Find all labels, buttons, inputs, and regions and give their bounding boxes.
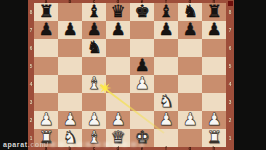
square-e3 [130,93,154,111]
square-f1 [154,129,178,147]
square-b5 [58,57,82,75]
square-e8: ♚ [130,3,154,21]
piece-white-pawn-d2: ♟ [106,110,130,128]
piece-white-knight-f3: ♞ [154,92,178,110]
piece-black-pawn-h7: ♟ [202,20,226,38]
watermark: aparat.com/ [3,140,144,149]
piece-white-pawn-c2: ♟ [82,110,106,128]
square-h7: ♟ [202,21,226,39]
square-h6 [202,39,226,57]
rank-label: 3 [29,95,34,109]
video-frame[interactable]: abcdefgh 87654321 87654321 ♜♝♛♚♝♞♜♟♟♟♟♟♟… [0,0,266,150]
piece-black-rook-h8: ♜ [202,2,226,20]
rank-label: 6 [227,41,233,55]
watermark-blurred-text [50,142,144,147]
square-g1 [178,129,202,147]
board-grid: ♜♝♛♚♝♞♜♟♟♟♟♟♟♟♞♟♝♟♞♟♟♟♟♟♟♟♜♞♝♛♚♜ [34,3,226,147]
square-h1: ♜ [202,129,226,147]
square-g5 [178,57,202,75]
piece-black-bishop-f8: ♝ [154,2,178,20]
square-g4 [178,75,202,93]
rank-label: 7 [29,23,34,37]
square-h4 [202,75,226,93]
rank-label: 2 [29,113,34,127]
piece-black-pawn-d7: ♟ [106,20,130,38]
watermark-path: .com/ [28,141,49,148]
rank-label: 8 [29,5,34,19]
chess-board: abcdefgh 87654321 87654321 ♜♝♛♚♝♞♜♟♟♟♟♟♟… [28,0,234,150]
piece-white-rook-h1: ♜ [202,128,226,146]
square-a5 [34,57,58,75]
square-g2: ♟ [178,111,202,129]
square-a4 [34,75,58,93]
square-g6 [178,39,202,57]
square-d4 [106,75,130,93]
square-d5 [106,57,130,75]
rank-labels-right: 87654321 [226,3,234,147]
file-label: g [181,147,199,150]
piece-black-pawn-c7: ♟ [82,20,106,38]
piece-black-king-e8: ♚ [130,2,154,20]
rank-label: 1 [227,131,233,145]
rank-label: 5 [227,59,233,73]
square-b6 [58,39,82,57]
piece-black-pawn-g7: ♟ [178,20,202,38]
rank-label: 7 [227,23,233,37]
rank-label: 5 [29,59,34,73]
rank-label: 3 [227,95,233,109]
square-e7 [130,21,154,39]
piece-black-pawn-a7: ♟ [34,20,58,38]
square-a7: ♟ [34,21,58,39]
piece-white-bishop-c4: ♝ [82,74,106,92]
piece-white-pawn-h2: ♟ [202,110,226,128]
piece-black-knight-g8: ♞ [178,2,202,20]
piece-black-bishop-c8: ♝ [82,2,106,20]
rank-label: 8 [227,5,233,19]
square-g7: ♟ [178,21,202,39]
piece-white-pawn-a2: ♟ [34,110,58,128]
rank-label: 4 [227,77,233,91]
red-marker [228,1,233,6]
piece-white-pawn-f2: ♟ [154,110,178,128]
file-label: f [157,147,175,150]
square-c6: ♞ [82,39,106,57]
rank-label: 4 [29,77,34,91]
square-b4 [58,75,82,93]
piece-white-pawn-g2: ♟ [178,110,202,128]
square-c4: ♝ [82,75,106,93]
piece-black-knight-c6: ♞ [82,38,106,56]
piece-white-pawn-b2: ♟ [58,110,82,128]
square-d6 [106,39,130,57]
square-b7: ♟ [58,21,82,39]
piece-white-pawn-e4: ♟ [130,74,154,92]
piece-black-pawn-f7: ♟ [154,20,178,38]
square-e4: ♟ [130,75,154,93]
square-f7: ♟ [154,21,178,39]
piece-black-rook-a8: ♜ [34,2,58,20]
piece-black-pawn-b7: ♟ [58,20,82,38]
rank-label: 6 [29,41,34,55]
watermark-site: aparat [3,141,28,148]
square-h5 [202,57,226,75]
rank-label: 2 [227,113,233,127]
square-f6 [154,39,178,57]
square-f2: ♟ [154,111,178,129]
piece-black-queen-d8: ♛ [106,2,130,20]
file-label: h [205,147,223,150]
square-a6 [34,39,58,57]
square-f5 [154,57,178,75]
square-d7: ♟ [106,21,130,39]
piece-black-pawn-e5: ♟ [130,56,154,74]
